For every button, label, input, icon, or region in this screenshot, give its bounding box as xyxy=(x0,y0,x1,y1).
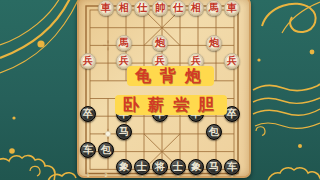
red-piece-elephant[interactable]: 相 xyxy=(116,0,132,16)
xiangqi-app-screen: 123456789 車相仕帥仕相馬車馬炮炮兵兵兵兵兵卒卒卒卒卒马包车包象士将士象… xyxy=(0,0,320,180)
red-piece-horse[interactable]: 馬 xyxy=(206,0,222,16)
red-piece-advisor[interactable]: 仕 xyxy=(134,0,150,16)
red-piece-king[interactable]: 帥 xyxy=(152,0,168,16)
opening-name-banner: 龟背炮 xyxy=(127,66,214,86)
red-piece-elephant[interactable]: 相 xyxy=(188,0,204,16)
red-piece-advisor[interactable]: 仕 xyxy=(170,0,186,16)
red-piece-soldier[interactable]: 兵 xyxy=(224,53,240,69)
red-piece-soldier[interactable]: 兵 xyxy=(80,53,96,69)
black-piece-horse[interactable]: 马 xyxy=(116,124,132,140)
last-move-origin-dot xyxy=(105,131,110,136)
caption-banner: 卧薪尝胆 xyxy=(115,95,227,115)
red-piece-rook[interactable]: 車 xyxy=(98,0,114,16)
red-piece-rook[interactable]: 車 xyxy=(224,0,240,16)
black-piece-rook[interactable]: 车 xyxy=(80,142,96,158)
black-piece-cannon[interactable]: 包 xyxy=(206,124,222,140)
black-piece-cannon[interactable]: 包 xyxy=(98,142,114,158)
